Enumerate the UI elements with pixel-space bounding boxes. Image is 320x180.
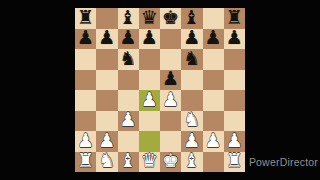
white-pawn: ♟ <box>141 90 158 109</box>
square-d7: ♟ <box>139 29 160 50</box>
white-rook: ♜ <box>77 152 94 171</box>
square-b2: ♟ <box>96 131 117 152</box>
square-d3 <box>139 111 160 132</box>
square-h3 <box>224 111 245 132</box>
square-h1: ♜ <box>224 152 245 173</box>
white-pawn: ♟ <box>226 131 243 150</box>
white-bishop: ♝ <box>183 152 200 171</box>
square-a4 <box>75 90 96 111</box>
white-knight: ♞ <box>183 111 200 130</box>
square-e4: ♟ <box>160 90 181 111</box>
black-pawn: ♟ <box>77 29 94 48</box>
square-e6 <box>160 49 181 70</box>
white-king: ♚ <box>162 152 179 171</box>
square-f8: ♝ <box>181 8 202 29</box>
square-c3: ♟ <box>118 111 139 132</box>
square-d6 <box>139 49 160 70</box>
square-b3 <box>96 111 117 132</box>
white-pawn: ♟ <box>162 90 179 109</box>
square-a5 <box>75 70 96 91</box>
square-f4 <box>181 90 202 111</box>
square-g5 <box>203 70 224 91</box>
square-h8: ♜ <box>224 8 245 29</box>
white-queen: ♛ <box>141 152 158 171</box>
square-d2 <box>139 131 160 152</box>
square-a3 <box>75 111 96 132</box>
square-a1: ♜ <box>75 152 96 173</box>
square-h4 <box>224 90 245 111</box>
square-b1: ♞ <box>96 152 117 173</box>
square-d8: ♛ <box>139 8 160 29</box>
black-bishop: ♝ <box>120 8 137 27</box>
square-f1: ♝ <box>181 152 202 173</box>
powerdirector-watermark: PowerDirector <box>249 156 318 168</box>
square-g3 <box>203 111 224 132</box>
black-pawn: ♟ <box>183 29 200 48</box>
square-g4 <box>203 90 224 111</box>
black-rook: ♜ <box>226 8 243 27</box>
black-king: ♚ <box>162 8 179 27</box>
square-a6 <box>75 49 96 70</box>
square-g1 <box>203 152 224 173</box>
square-d5 <box>139 70 160 91</box>
square-g7: ♟ <box>203 29 224 50</box>
square-c2 <box>118 131 139 152</box>
square-c4 <box>118 90 139 111</box>
square-h7: ♟ <box>224 29 245 50</box>
video-frame: ♜♝♛♚♝♜♟♟♟♟♟♟♟♞♞♟♟♟♟♞♟♟♟♟♟♜♞♝♛♚♝♜ PowerDi… <box>0 0 320 180</box>
white-bishop: ♝ <box>120 152 137 171</box>
square-d1: ♛ <box>139 152 160 173</box>
black-pawn: ♟ <box>205 29 222 48</box>
black-bishop: ♝ <box>183 8 200 27</box>
square-h6 <box>224 49 245 70</box>
black-pawn: ♟ <box>226 29 243 48</box>
square-e1: ♚ <box>160 152 181 173</box>
white-pawn: ♟ <box>98 131 115 150</box>
square-a8: ♜ <box>75 8 96 29</box>
square-e8: ♚ <box>160 8 181 29</box>
black-knight: ♞ <box>183 49 200 68</box>
square-f5 <box>181 70 202 91</box>
square-g8 <box>203 8 224 29</box>
square-e3 <box>160 111 181 132</box>
square-g2: ♟ <box>203 131 224 152</box>
square-c6: ♞ <box>118 49 139 70</box>
square-e5: ♟ <box>160 70 181 91</box>
square-f3: ♞ <box>181 111 202 132</box>
square-b5 <box>96 70 117 91</box>
square-b6 <box>96 49 117 70</box>
square-c5 <box>118 70 139 91</box>
square-c1: ♝ <box>118 152 139 173</box>
black-pawn: ♟ <box>162 70 179 89</box>
black-knight: ♞ <box>120 49 137 68</box>
square-e2 <box>160 131 181 152</box>
white-pawn: ♟ <box>205 131 222 150</box>
black-pawn: ♟ <box>98 29 115 48</box>
square-b7: ♟ <box>96 29 117 50</box>
square-a7: ♟ <box>75 29 96 50</box>
square-e7 <box>160 29 181 50</box>
square-c8: ♝ <box>118 8 139 29</box>
white-pawn: ♟ <box>120 111 137 130</box>
square-b8 <box>96 8 117 29</box>
chess-board: ♜♝♛♚♝♜♟♟♟♟♟♟♟♞♞♟♟♟♟♞♟♟♟♟♟♜♞♝♛♚♝♜ <box>75 8 245 172</box>
square-d4: ♟ <box>139 90 160 111</box>
square-c7: ♟ <box>118 29 139 50</box>
square-f6: ♞ <box>181 49 202 70</box>
white-rook: ♜ <box>226 152 243 171</box>
white-knight: ♞ <box>98 152 115 171</box>
black-rook: ♜ <box>77 8 94 27</box>
white-pawn: ♟ <box>183 131 200 150</box>
square-f2: ♟ <box>181 131 202 152</box>
white-pawn: ♟ <box>77 131 94 150</box>
square-b4 <box>96 90 117 111</box>
square-h5 <box>224 70 245 91</box>
square-h2: ♟ <box>224 131 245 152</box>
black-queen: ♛ <box>141 8 158 27</box>
black-pawn: ♟ <box>120 29 137 48</box>
square-f7: ♟ <box>181 29 202 50</box>
square-a2: ♟ <box>75 131 96 152</box>
square-g6 <box>203 49 224 70</box>
black-pawn: ♟ <box>141 29 158 48</box>
